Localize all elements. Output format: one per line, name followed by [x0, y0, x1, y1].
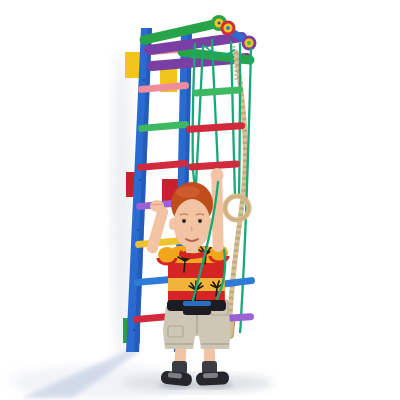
boy-hair-highlight — [176, 186, 200, 198]
beam-joint-bolt — [142, 36, 151, 45]
ring-rope-right — [239, 44, 240, 197]
boy-right-sandal-strap — [203, 373, 218, 379]
boy-left-ear — [169, 218, 176, 230]
roller-red-striped — [221, 21, 236, 36]
boy-shorts-cargo-flap — [168, 326, 183, 337]
boy-right-eye — [198, 219, 202, 223]
boy-right-hand — [211, 168, 224, 182]
boy-left-hand — [150, 200, 164, 212]
roller-purple-striped — [242, 36, 257, 51]
scene-graphic — [0, 0, 400, 400]
boy-waist-pack-strip — [183, 301, 211, 306]
boy-left-eye — [182, 219, 186, 223]
product-photo-stage — [0, 0, 400, 400]
